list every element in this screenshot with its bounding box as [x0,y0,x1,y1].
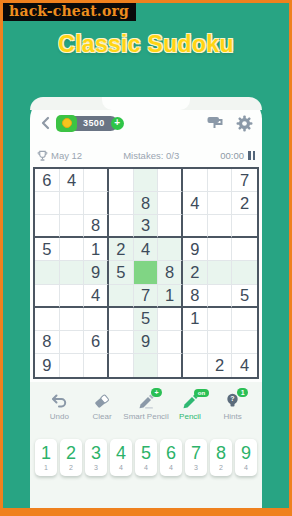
numpad-digit: 4 [116,444,126,463]
sudoku-cell-r7c6[interactable] [158,308,183,331]
numpad-digit: 2 [66,444,76,463]
numpad-count: 1 [44,463,48,472]
sudoku-cell-r3c9[interactable] [232,215,257,238]
coin-counter[interactable]: 3500 + [58,116,118,131]
sudoku-cell-r8c3[interactable]: 6 [84,331,109,354]
sudoku-cell-r6c5[interactable]: 7 [134,285,159,308]
sudoku-cell-r3c3[interactable]: 8 [84,215,109,238]
sudoku-cell-r1c5[interactable] [134,169,159,192]
sudoku-cell-r9c9[interactable]: 4 [232,354,257,377]
sudoku-cell-r7c1[interactable] [35,308,60,331]
paint-roller-icon[interactable] [206,115,223,131]
sudoku-cell-r4c7[interactable]: 9 [183,238,208,261]
numpad-count: 4 [144,463,148,472]
sudoku-cell-r5c6[interactable]: 8 [158,261,183,284]
sudoku-cell-r8c8[interactable] [208,331,233,354]
sudoku-cell-r1c1[interactable]: 6 [35,169,60,192]
numpad-count: 2 [219,463,223,472]
numpad-count: 3 [194,463,198,472]
numpad-key-8[interactable]: 82 [210,439,233,476]
sudoku-cell-r5c9[interactable] [232,261,257,284]
smart-pencil-label: Smart Pencil [123,412,168,421]
numpad-count: 3 [94,463,98,472]
sudoku-cell-r8c7[interactable] [183,331,208,354]
phone-mockup: 3500 + May 12 Mistakes: 0/3 00:00 647842… [30,97,262,516]
toolbar: Undo Clear + Smart Pencil [30,382,262,421]
numpad-key-9[interactable]: 94 [235,439,258,476]
numpad-key-7[interactable]: 73 [185,439,208,476]
sudoku-cell-r6c6[interactable]: 1 [158,285,183,308]
sudoku-cell-r8c2[interactable] [60,331,85,354]
sudoku-cell-r7c5[interactable]: 5 [134,308,159,331]
sudoku-cell-r7c7[interactable]: 1 [183,308,208,331]
numpad-key-1[interactable]: 11 [35,439,58,476]
sudoku-cell-r4c5[interactable]: 4 [134,238,159,261]
sudoku-cell-r6c4[interactable] [109,285,134,308]
clear-label: Clear [92,412,111,421]
undo-label: Undo [50,412,69,421]
numpad-count: 4 [169,463,173,472]
coin-icon [56,115,77,132]
numpad-key-6[interactable]: 64 [160,439,183,476]
sudoku-cell-r7c2[interactable] [60,308,85,331]
sudoku-cell-r9c5[interactable] [134,354,159,377]
sudoku-cell-r5c1[interactable] [35,261,60,284]
sudoku-cell-r2c4[interactable] [109,192,134,215]
sudoku-cell-r2c5[interactable]: 8 [134,192,159,215]
sudoku-cell-r1c4[interactable] [109,169,134,192]
smart-pencil-button[interactable]: + Smart Pencil [123,392,168,421]
sudoku-cell-r3c1[interactable] [35,215,60,238]
pencil-icon: on [182,392,198,409]
sudoku-cell-r4c8[interactable] [208,238,233,261]
sudoku-cell-r6c7[interactable]: 8 [183,285,208,308]
mistakes-counter: Mistakes: 0/3 [123,150,179,161]
trophy-icon [37,150,48,162]
sudoku-cell-r3c2[interactable] [60,215,85,238]
sudoku-cell-r9c8[interactable]: 2 [208,354,233,377]
undo-button[interactable]: Undo [38,392,81,421]
sudoku-cell-r6c2[interactable] [60,285,85,308]
sudoku-cell-r5c4[interactable]: 5 [109,261,134,284]
numpad-count: 4 [244,463,248,472]
sudoku-cell-r6c3[interactable]: 4 [84,285,109,308]
sudoku-cell-r3c6[interactable] [158,215,183,238]
sudoku-cell-r4c6[interactable] [158,238,183,261]
sudoku-cell-r1c6[interactable] [158,169,183,192]
sudoku-cell-r2c1[interactable] [35,192,60,215]
sudoku-cell-r4c9[interactable] [232,238,257,261]
daily-challenge: May 12 [37,150,82,162]
sudoku-cell-r3c7[interactable] [183,215,208,238]
timer-value: 00:00 [220,150,244,161]
sudoku-cell-r9c2[interactable] [60,354,85,377]
control-panel: Undo Clear + Smart Pencil [30,382,262,516]
sudoku-cell-r2c8[interactable] [208,192,233,215]
sudoku-cell-r4c4[interactable]: 2 [109,238,134,261]
hints-count-badge: 1 [237,388,248,397]
gear-icon[interactable] [236,115,253,132]
pencil-label: Pencil [179,412,201,421]
hints-button[interactable]: ? 1 Hints [211,392,254,421]
topbar-actions [206,115,253,132]
sudoku-cell-r8c4[interactable] [109,331,134,354]
numpad-key-5[interactable]: 54 [135,439,158,476]
sudoku-cell-r2c7[interactable]: 4 [183,192,208,215]
smart-pencil-badge: + [151,388,162,397]
pencil-button[interactable]: on Pencil [169,392,212,421]
chevron-left-icon [39,116,52,130]
undo-icon [50,392,68,409]
sudoku-cell-r1c9[interactable]: 7 [232,169,257,192]
sudoku-board: 647842835124995824718551869924 [33,167,259,379]
phone-notch [30,97,262,110]
sudoku-cell-r2c6[interactable] [158,192,183,215]
sudoku-cell-r7c4[interactable] [109,308,134,331]
sudoku-cell-r6c8[interactable] [208,285,233,308]
status-row: May 12 Mistakes: 0/3 00:00 [37,148,255,163]
numpad-digit: 7 [191,444,201,463]
sudoku-cell-r5c5[interactable] [134,261,159,284]
sudoku-cell-r3c8[interactable] [208,215,233,238]
page-title: Classic Sudoku [0,31,292,58]
sudoku-cell-r9c6[interactable] [158,354,183,377]
sudoku-cell-r5c8[interactable] [208,261,233,284]
sudoku-cell-r2c9[interactable]: 2 [232,192,257,215]
eraser-icon [93,392,110,409]
sudoku-cell-r8c1[interactable]: 8 [35,331,60,354]
smart-pencil-icon: + [138,392,154,409]
sudoku-cell-r3c5[interactable]: 3 [134,215,159,238]
sudoku-cell-r5c2[interactable] [60,261,85,284]
sudoku-cell-r9c7[interactable] [183,354,208,377]
sudoku-cell-r7c8[interactable] [208,308,233,331]
sudoku-cell-r1c2[interactable]: 4 [60,169,85,192]
sudoku-cell-r1c7[interactable] [183,169,208,192]
sudoku-cell-r6c9[interactable]: 5 [232,285,257,308]
back-button[interactable] [39,116,52,130]
sudoku-cell-r7c3[interactable] [84,308,109,331]
sudoku-cell-r8c9[interactable] [232,331,257,354]
sudoku-cell-r4c2[interactable] [60,238,85,261]
page-background: hack-cheat.org Classic Sudoku 3500 + May… [0,0,292,516]
numpad-key-4[interactable]: 44 [110,439,133,476]
numpad-digit: 9 [241,444,251,463]
number-pad: 112233445464738294 [30,439,262,476]
sudoku-cell-r2c3[interactable] [84,192,109,215]
sudoku-cell-r1c3[interactable] [84,169,109,192]
sudoku-cell-r4c1[interactable]: 5 [35,238,60,261]
numpad-count: 2 [69,463,73,472]
sudoku-cell-r6c1[interactable] [35,285,60,308]
numpad-digit: 5 [141,444,151,463]
sudoku-cell-r5c3[interactable]: 9 [84,261,109,284]
question-glyph: ? [231,395,235,402]
timer: 00:00 [220,150,255,161]
sudoku-cell-r8c5[interactable]: 9 [134,331,159,354]
numpad-digit: 6 [166,444,176,463]
sudoku-cell-r9c1[interactable]: 9 [35,354,60,377]
numpad-count: 4 [119,463,123,472]
hints-label: Hints [224,412,242,421]
coin-amount: 3500 [83,118,105,128]
pencil-on-badge: on [194,389,209,397]
date-label: May 12 [51,150,82,161]
add-coins-button[interactable]: + [111,117,124,130]
sudoku-cell-r9c4[interactable] [109,354,134,377]
sudoku-cell-r2c2[interactable] [60,192,85,215]
sudoku-cell-r3c4[interactable] [109,215,134,238]
numpad-key-2[interactable]: 22 [60,439,83,476]
numpad-digit: 1 [41,444,51,463]
sudoku-cell-r8c6[interactable] [158,331,183,354]
top-bar: 3500 + [39,110,253,136]
sudoku-cell-r5c7[interactable]: 2 [183,261,208,284]
numpad-key-3[interactable]: 33 [85,439,108,476]
clear-button[interactable]: Clear [81,392,124,421]
numpad-digit: 3 [91,444,101,463]
notch-tab [102,97,190,110]
pause-button[interactable] [248,151,255,160]
numpad-digit: 8 [216,444,226,463]
hint-lightbulb-icon: ? 1 [225,392,240,409]
sudoku-cell-r4c3[interactable]: 1 [84,238,109,261]
sudoku-cell-r1c8[interactable] [208,169,233,192]
sudoku-cell-r7c9[interactable] [232,308,257,331]
sudoku-cell-r9c3[interactable] [84,354,109,377]
watermark: hack-cheat.org [2,2,136,21]
